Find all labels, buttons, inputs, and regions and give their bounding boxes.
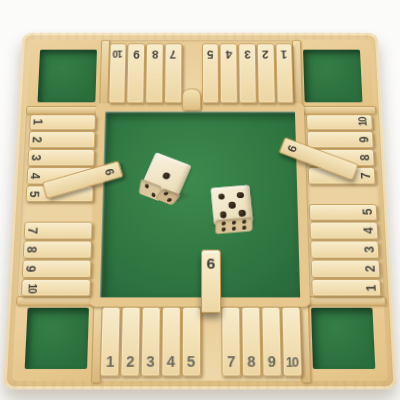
tile-bottom-5[interactable]: 5 [181, 307, 200, 377]
corner-pocket-top-right [292, 40, 374, 113]
tile-number: 4 [29, 172, 42, 178]
die-pip [242, 225, 246, 229]
tile-number: 8 [151, 49, 158, 60]
scene: 1098754321123456789101098765432112345678… [0, 0, 400, 400]
tile-bottom-1[interactable]: 1 [100, 307, 121, 377]
die-pip [220, 211, 227, 218]
tile-bottom-7[interactable]: 7 [221, 307, 241, 377]
tile-number: 5 [207, 49, 214, 60]
tile-top-1[interactable]: 1 [275, 43, 294, 103]
tile-number: 8 [25, 246, 38, 253]
tile-bottom-10[interactable]: 10 [281, 307, 302, 377]
tile-bottom-9[interactable]: 9 [261, 307, 282, 377]
die-pip [238, 210, 245, 217]
tile-left-2[interactable]: 2 [28, 132, 95, 148]
tile-number: 7 [227, 354, 235, 369]
tile-number: 4 [225, 49, 232, 60]
tile-number: 1 [32, 119, 44, 125]
die-right-showing-5[interactable] [211, 185, 254, 225]
tile-number: 5 [187, 354, 195, 369]
die-pip [232, 226, 236, 230]
tile-number: 3 [364, 246, 377, 253]
tile-number: 2 [31, 137, 43, 143]
tile-number: 3 [30, 154, 42, 160]
tile-number: 10 [113, 49, 122, 58]
tile-top-6-flipped-edge[interactable] [182, 89, 201, 111]
corner-felt [303, 50, 362, 103]
die-pip [162, 171, 171, 180]
tile-left-10[interactable]: 10 [21, 279, 91, 297]
tile-number: 7 [360, 172, 373, 178]
die-pip [237, 192, 244, 199]
corner-felt [38, 50, 97, 103]
die-pip [232, 221, 236, 225]
tile-number: 8 [247, 354, 256, 369]
tile-bottom-6-standing[interactable]: 6 [201, 250, 221, 313]
tile-number: 1 [106, 354, 115, 369]
die-pip [163, 191, 169, 196]
tile-number: 6 [102, 167, 118, 177]
tile-number: 3 [146, 354, 155, 369]
tile-right-9[interactable]: 9 [307, 132, 374, 148]
tray-divider [16, 296, 101, 305]
tile-top-7[interactable]: 7 [164, 43, 182, 103]
tile-top-3[interactable]: 3 [238, 43, 256, 103]
die-pip [144, 183, 148, 188]
die-pip [242, 220, 246, 224]
tile-number: 4 [167, 354, 175, 369]
tile-right-3[interactable]: 3 [310, 241, 379, 259]
tile-right-2[interactable]: 2 [311, 260, 381, 278]
tile-number: 2 [262, 49, 269, 60]
tile-number: 4 [363, 227, 376, 234]
tile-right-4[interactable]: 4 [309, 222, 378, 239]
die-pip [221, 227, 225, 231]
tile-number: 9 [24, 265, 37, 272]
tray-divider [301, 296, 386, 305]
shut-the-box-board: 1098754321123456789101098765432112345678… [3, 33, 397, 390]
tile-number: 6 [206, 255, 215, 272]
tile-number: 10 [358, 118, 368, 127]
tile-left-7[interactable]: 7 [24, 222, 93, 239]
tile-top-5[interactable]: 5 [202, 43, 219, 103]
corner-felt [25, 308, 89, 369]
tile-number: 1 [366, 284, 379, 291]
tile-top-8[interactable]: 8 [145, 43, 163, 103]
tile-number: 9 [267, 354, 276, 369]
tile-number: 6 [285, 143, 301, 154]
corner-felt [311, 308, 375, 369]
tile-number: 3 [244, 49, 251, 60]
tile-bottom-2[interactable]: 2 [120, 307, 141, 377]
tile-left-3[interactable]: 3 [27, 149, 95, 166]
tile-bottom-4[interactable]: 4 [161, 307, 181, 377]
corner-pocket-bottom-right [299, 296, 388, 380]
tile-left-1[interactable]: 1 [29, 114, 96, 130]
corner-pocket-top-left [26, 40, 108, 113]
tile-right-5[interactable]: 5 [309, 204, 378, 221]
tile-number: 10 [286, 356, 299, 369]
tile-number: 5 [362, 209, 375, 216]
tile-number: 9 [359, 137, 371, 143]
die-pip [218, 193, 225, 200]
tile-bottom-3[interactable]: 3 [141, 307, 161, 377]
tile-top-4[interactable]: 4 [220, 43, 238, 103]
tile-number: 7 [170, 49, 177, 60]
tile-number: 2 [126, 354, 135, 369]
tile-left-9[interactable]: 9 [22, 260, 92, 278]
die-pip [166, 198, 172, 203]
tray-divider [26, 106, 106, 114]
inner-wood-frame [90, 103, 310, 306]
tile-number: 2 [365, 265, 378, 272]
tile-right-1[interactable]: 1 [311, 279, 381, 297]
tray-divider [296, 106, 376, 114]
tile-right-10[interactable]: 10 [306, 114, 373, 130]
tile-number: 10 [26, 283, 37, 292]
die-pip [221, 221, 225, 225]
tile-number: 8 [360, 154, 372, 160]
tile-number: 1 [281, 49, 288, 60]
tile-left-8[interactable]: 8 [23, 241, 92, 259]
tile-top-2[interactable]: 2 [257, 43, 275, 103]
tile-number: 9 [133, 49, 140, 60]
die-pip [228, 201, 235, 208]
tile-top-10[interactable]: 10 [108, 43, 127, 103]
tile-number: 7 [26, 227, 39, 234]
tile-top-9[interactable]: 9 [127, 43, 145, 103]
tile-bottom-8[interactable]: 8 [241, 307, 261, 377]
tile-number: 5 [28, 191, 41, 198]
corner-pocket-bottom-left [12, 296, 101, 380]
